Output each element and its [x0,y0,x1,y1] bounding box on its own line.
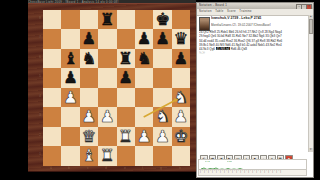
bp-g7[interactable]: ♟ [153,29,171,49]
square-b5[interactable]: ♟ [61,68,79,88]
square-c7[interactable]: ♟ [80,29,98,49]
square-c4[interactable] [80,88,98,108]
wn-h4[interactable]: ♞ [172,88,190,108]
square-g8[interactable]: ♚ [153,10,171,30]
square-h3[interactable]: ♟ [172,107,190,127]
square-b4[interactable]: ♟ [61,88,79,108]
tab-notation[interactable]: Notation [199,9,212,12]
square-f6[interactable]: ♞ [135,49,153,69]
square-g2[interactable]: ♟ [153,127,171,147]
square-b1[interactable] [61,146,79,166]
application-window: ChessBase Light 2009 - [Board 1 - Analys… [0,0,320,180]
notation-moves[interactable]: 24.Qc2 Rfe8 25.Rde1 Bb6 26.h3 h6 27.Nh2 … [199,30,303,80]
wn-g3[interactable]: ♞ [153,107,171,127]
square-h4[interactable]: ♞ [172,88,190,108]
wp-c3[interactable]: ♟ [80,107,98,127]
square-a8[interactable] [43,10,61,30]
wr-d1[interactable]: ♜ [98,146,116,166]
wk-h2[interactable]: ♚ [172,127,190,147]
square-f5[interactable] [135,68,153,88]
square-a3[interactable] [43,107,61,127]
square-e8[interactable] [117,10,135,30]
square-d3[interactable]: ♟ [98,107,116,127]
square-g1[interactable] [153,146,171,166]
square-b7[interactable] [61,29,79,49]
square-e1[interactable] [117,146,135,166]
wq-c2[interactable]: ♛ [80,127,98,147]
square-h5[interactable] [172,68,190,88]
square-h7[interactable]: ♛ [172,29,190,49]
square-d7[interactable] [98,29,116,49]
scrollbar[interactable]: ▲ ▼ [308,15,314,152]
notation-panel: Notation - Board 1 –□× NotationTableScor… [196,2,314,178]
bp-f7[interactable]: ♟ [135,29,153,49]
br-d8[interactable]: ♜ [98,10,116,30]
square-d5[interactable] [98,68,116,88]
square-d4[interactable] [98,88,116,108]
wb-c1[interactable]: ♝ [80,146,98,166]
square-b8[interactable] [61,10,79,30]
square-d2[interactable] [98,127,116,147]
br-e6[interactable]: ♜ [117,49,135,69]
move-ruler-ticks: | ' | ' | ' | ' | ' | ' | ' | ' | ' | ' … [200,170,307,173]
game-header: Ivanchuk,V 2739 - Leko,P 2741 Morelia/Li… [199,16,305,29]
square-e6[interactable]: ♜ [117,49,135,69]
wp-g2[interactable]: ♟ [153,127,171,147]
square-h2[interactable]: ♚ [172,127,190,147]
square-h1[interactable] [172,146,190,166]
square-f8[interactable] [135,10,153,30]
square-f1[interactable] [135,146,153,166]
player-photo [199,17,210,31]
square-c3[interactable]: ♟ [80,107,98,127]
square-e2[interactable]: ♜ [117,127,135,147]
wp-b4[interactable]: ♟ [61,88,79,108]
bp-e5[interactable]: ♟ [117,68,135,88]
square-c1[interactable]: ♝ [80,146,98,166]
bn-f6[interactable]: ♞ [135,49,153,69]
square-h6[interactable]: ♟ [172,49,190,69]
square-g4[interactable] [153,88,171,108]
square-a2[interactable] [43,127,61,147]
bp-c7[interactable]: ♟ [80,29,98,49]
bp-h6[interactable]: ♟ [172,49,190,69]
square-a5[interactable] [43,68,61,88]
tab-score[interactable]: Score [227,9,236,12]
wp-h3[interactable]: ♟ [172,107,190,127]
square-f4[interactable] [135,88,153,108]
players-line: Ivanchuk,V 2739 - Leko,P 2741 [211,16,305,20]
square-b3[interactable] [61,107,79,127]
event-line: Morelia/Linares (2), 19.02.2007 [ChessBa… [211,23,305,26]
square-d6[interactable] [98,49,116,69]
square-d8[interactable]: ♜ [98,10,116,30]
tab-training[interactable]: Training [239,9,251,12]
notation-tabs: NotationTableScoreTraining [197,9,313,16]
tab-table[interactable]: Table [215,9,223,12]
bn-c6[interactable]: ♞ [80,49,98,69]
current-move-highlight[interactable]: 45.Nf3-h4 [216,47,230,50]
square-g5[interactable] [153,68,171,88]
bk-g8[interactable]: ♚ [153,10,171,30]
square-c6[interactable]: ♞ [80,49,98,69]
square-c2[interactable]: ♛ [80,127,98,147]
wr-e2[interactable]: ♜ [117,127,135,147]
bb-b6[interactable]: ♝ [61,49,79,69]
square-d1[interactable]: ♜ [98,146,116,166]
square-a1[interactable] [43,146,61,166]
square-h8[interactable] [172,10,190,30]
wp-d3[interactable]: ♟ [98,107,116,127]
chessboard[interactable]: ♜♚♟♟♟♛♝♞♜♞♟♟♟♟♞♟♟♞♟♛♜♟♟♚♝♜ [43,10,190,166]
square-e4[interactable] [117,88,135,108]
square-a6[interactable] [43,49,61,69]
square-b6[interactable]: ♝ [61,49,79,69]
square-g7[interactable]: ♟ [153,29,171,49]
square-g3[interactable]: ♞ [153,107,171,127]
scrollbar-thumb[interactable] [309,19,313,34]
square-c5[interactable] [80,68,98,88]
square-e7[interactable] [117,29,135,49]
square-g6[interactable] [153,49,171,69]
square-c8[interactable] [80,10,98,30]
bq-h7[interactable]: ♛ [172,29,190,49]
square-f2[interactable]: ♟ [135,127,153,147]
square-e5[interactable]: ♟ [117,68,135,88]
square-b2[interactable] [61,127,79,147]
bp-b5[interactable]: ♟ [61,68,79,88]
square-a4[interactable] [43,88,61,108]
wp-f2[interactable]: ♟ [135,127,153,147]
square-a7[interactable] [43,29,61,49]
scroll-down-arrow[interactable]: ▼ [309,148,314,152]
move-ruler[interactable]: | ' | ' | ' | ' | ' | ' | ' | ' | ' | ' … [198,169,307,176]
square-f3[interactable] [135,107,153,127]
square-f7[interactable]: ♟ [135,29,153,49]
square-e3[interactable] [117,107,135,127]
result-line: ½-½ [199,51,303,55]
chessboard-frame: 87654321 abcdefgh ♜♚♟♟♟♛♝♞♜♞♟♟♟♟♞♟♟♞♟♛♜♟… [28,3,196,172]
